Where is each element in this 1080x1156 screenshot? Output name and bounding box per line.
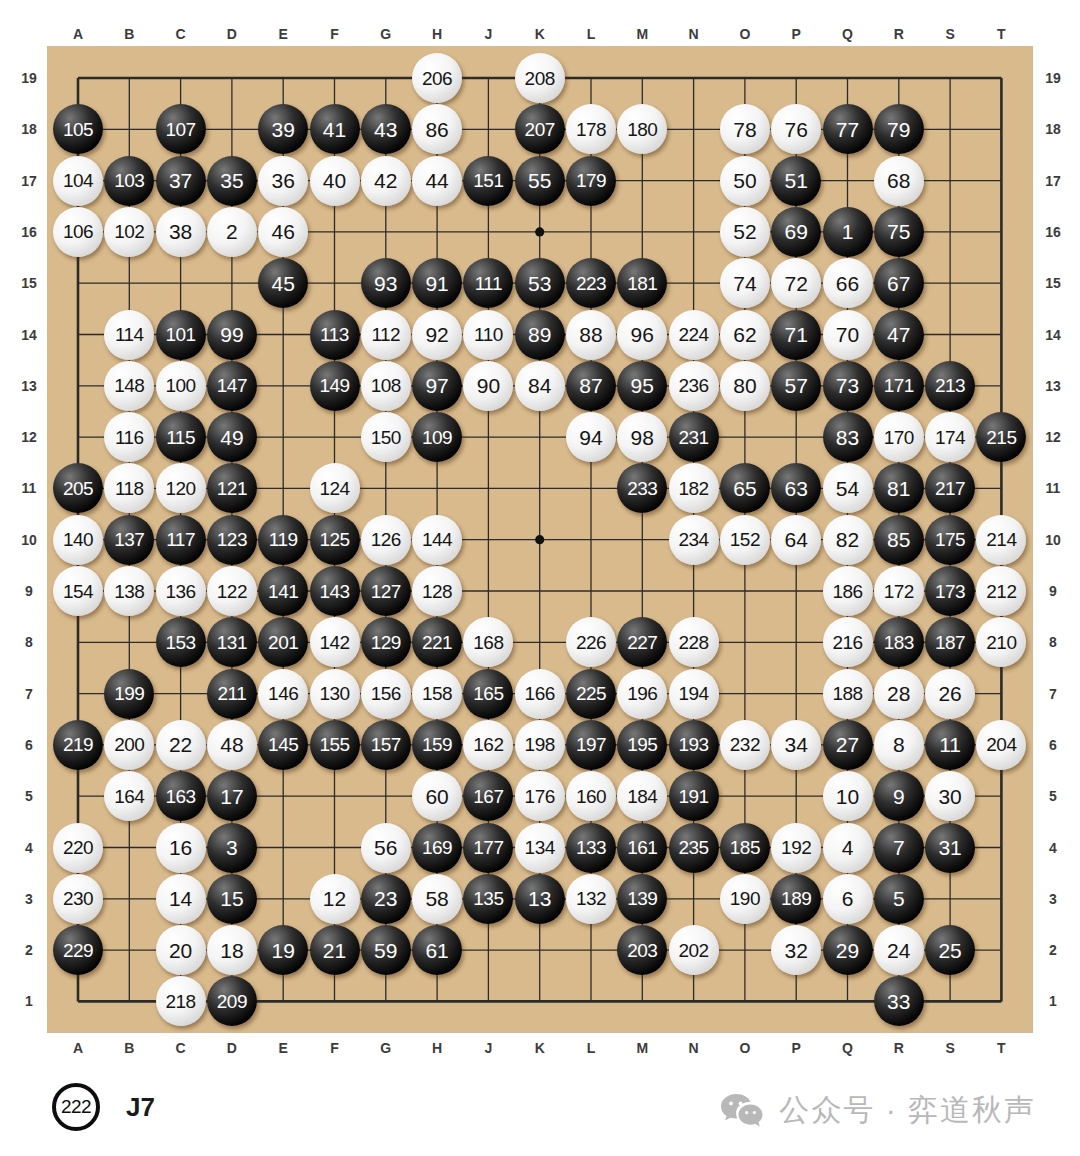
column-label-R-top: R [894, 26, 904, 42]
stone-S6-move-11: 11 [925, 720, 975, 770]
stone-J13-move-90: 90 [463, 361, 513, 411]
row-label-1-left: 1 [25, 993, 33, 1009]
stone-A4-move-220: 220 [53, 823, 103, 873]
stone-Q6-move-27: 27 [823, 720, 873, 770]
stone-R9-move-172: 172 [874, 566, 924, 616]
column-label-D-bottom: D [227, 1040, 237, 1056]
stone-C12-move-115: 115 [156, 412, 206, 462]
stone-O4-move-185: 185 [720, 823, 770, 873]
row-label-2-right: 2 [1049, 942, 1057, 958]
row-label-9-right: 9 [1049, 583, 1057, 599]
stone-O17-move-50: 50 [720, 156, 770, 206]
stone-B9-move-138: 138 [104, 566, 154, 616]
stone-P17-move-51: 51 [771, 156, 821, 206]
stone-C3-move-14: 14 [156, 874, 206, 924]
stone-Q12-move-83: 83 [823, 412, 873, 462]
stone-K5-move-176: 176 [515, 771, 565, 821]
row-label-19-left: 19 [21, 70, 37, 86]
stone-S12-move-174: 174 [925, 412, 975, 462]
stone-H12-move-109: 109 [412, 412, 462, 462]
stone-S9-move-173: 173 [925, 566, 975, 616]
stone-J17-move-151: 151 [463, 156, 513, 206]
column-label-K-bottom: K [535, 1040, 545, 1056]
stone-J7-move-165: 165 [463, 669, 513, 719]
stone-F13-move-149: 149 [310, 361, 360, 411]
stone-C8-move-153: 153 [156, 617, 206, 667]
stone-J3-move-135: 135 [463, 874, 513, 924]
stone-B14-move-114: 114 [104, 310, 154, 360]
stone-L18-move-178: 178 [566, 104, 616, 154]
stone-G14-move-112: 112 [361, 310, 411, 360]
column-label-M-bottom: M [636, 1040, 648, 1056]
stone-M4-move-161: 161 [617, 823, 667, 873]
stone-M6-move-195: 195 [617, 720, 667, 770]
stone-T6-move-204: 204 [976, 720, 1026, 770]
stone-Q8-move-216: 216 [823, 617, 873, 667]
stone-R15-move-67: 67 [874, 258, 924, 308]
column-label-H-bottom: H [432, 1040, 442, 1056]
stone-G17-move-42: 42 [361, 156, 411, 206]
stone-D9-move-122: 122 [207, 566, 257, 616]
stone-K3-move-13: 13 [515, 874, 565, 924]
stone-N5-move-191: 191 [669, 771, 719, 821]
stone-L5-move-160: 160 [566, 771, 616, 821]
row-label-17-left: 17 [21, 173, 37, 189]
stone-K19-move-208: 208 [515, 53, 565, 103]
stone-N14-move-224: 224 [669, 310, 719, 360]
stone-G13-move-108: 108 [361, 361, 411, 411]
column-label-J-bottom: J [484, 1040, 492, 1056]
stone-A6-move-219: 219 [53, 720, 103, 770]
stone-P6-move-34: 34 [771, 720, 821, 770]
stone-N13-move-236: 236 [669, 361, 719, 411]
stone-R8-move-183: 183 [874, 617, 924, 667]
stone-Q10-move-82: 82 [823, 515, 873, 565]
stone-F18-move-41: 41 [310, 104, 360, 154]
stone-D5-move-17: 17 [207, 771, 257, 821]
column-label-N-bottom: N [689, 1040, 699, 1056]
stone-D2-move-18: 18 [207, 925, 257, 975]
stone-F9-move-143: 143 [310, 566, 360, 616]
stone-D1-move-209: 209 [207, 976, 257, 1026]
row-label-10-right: 10 [1045, 532, 1061, 548]
stone-H3-move-58: 58 [412, 874, 462, 924]
stone-G18-move-43: 43 [361, 104, 411, 154]
stone-H4-move-169: 169 [412, 823, 462, 873]
stone-A3-move-230: 230 [53, 874, 103, 924]
stone-Q16-move-1: 1 [823, 207, 873, 257]
stone-A17-move-104: 104 [53, 156, 103, 206]
stone-F8-move-142: 142 [310, 617, 360, 667]
stone-O13-move-80: 80 [720, 361, 770, 411]
stone-J4-move-177: 177 [463, 823, 513, 873]
stone-B17-move-103: 103 [104, 156, 154, 206]
stone-S13-move-213: 213 [925, 361, 975, 411]
stone-K7-move-166: 166 [515, 669, 565, 719]
row-label-3-left: 3 [25, 891, 33, 907]
column-label-K-top: K [535, 26, 545, 42]
stone-E2-move-19: 19 [258, 925, 308, 975]
stone-A18-move-105: 105 [53, 104, 103, 154]
stone-D13-move-147: 147 [207, 361, 257, 411]
stone-R11-move-81: 81 [874, 463, 924, 513]
column-label-O-bottom: O [739, 1040, 750, 1056]
stone-Q5-move-10: 10 [823, 771, 873, 821]
column-label-C-bottom: C [176, 1040, 186, 1056]
stone-O14-move-62: 62 [720, 310, 770, 360]
stone-G12-move-150: 150 [361, 412, 411, 462]
stone-J14-move-110: 110 [463, 310, 513, 360]
row-label-13-left: 13 [21, 378, 37, 394]
stone-R2-move-24: 24 [874, 925, 924, 975]
row-label-12-right: 12 [1045, 429, 1061, 445]
stone-Q4-move-4: 4 [823, 823, 873, 873]
stone-G4-move-56: 56 [361, 823, 411, 873]
stone-Q15-move-66: 66 [823, 258, 873, 308]
column-label-N-top: N [689, 26, 699, 42]
column-label-B-bottom: B [124, 1040, 134, 1056]
stone-R10-move-85: 85 [874, 515, 924, 565]
stone-O18-move-78: 78 [720, 104, 770, 154]
stone-C11-move-120: 120 [156, 463, 206, 513]
stone-C6-move-22: 22 [156, 720, 206, 770]
stone-S4-move-31: 31 [925, 823, 975, 873]
star-point-K10 [535, 535, 544, 544]
stone-P14-move-71: 71 [771, 310, 821, 360]
stone-B10-move-137: 137 [104, 515, 154, 565]
stone-F6-move-155: 155 [310, 720, 360, 770]
stone-K13-move-84: 84 [515, 361, 565, 411]
stone-H17-move-44: 44 [412, 156, 462, 206]
column-label-B-top: B [124, 26, 134, 42]
column-label-E-top: E [279, 26, 288, 42]
stone-G8-move-129: 129 [361, 617, 411, 667]
column-label-L-bottom: L [587, 1040, 596, 1056]
stone-C17-move-37: 37 [156, 156, 206, 206]
row-label-11-left: 11 [22, 480, 37, 496]
stone-R5-move-9: 9 [874, 771, 924, 821]
stone-L12-move-94: 94 [566, 412, 616, 462]
column-label-P-top: P [792, 26, 801, 42]
stone-B6-move-200: 200 [104, 720, 154, 770]
stone-T10-move-214: 214 [976, 515, 1026, 565]
column-label-T-top: T [997, 26, 1006, 42]
row-label-9-left: 9 [25, 583, 33, 599]
caption-point-label: J7 [126, 1092, 155, 1123]
stone-P4-move-192: 192 [771, 823, 821, 873]
row-label-7-right: 7 [1049, 686, 1057, 702]
stone-A16-move-106: 106 [53, 207, 103, 257]
row-label-5-right: 5 [1049, 788, 1057, 804]
row-label-8-right: 8 [1049, 634, 1057, 650]
stone-J6-move-162: 162 [463, 720, 513, 770]
stone-B13-move-148: 148 [104, 361, 154, 411]
stone-H6-move-159: 159 [412, 720, 462, 770]
stone-O6-move-232: 232 [720, 720, 770, 770]
stone-R3-move-5: 5 [874, 874, 924, 924]
stone-F14-move-113: 113 [310, 310, 360, 360]
row-label-4-right: 4 [1049, 840, 1057, 856]
stone-H2-move-61: 61 [412, 925, 462, 975]
stone-P13-move-57: 57 [771, 361, 821, 411]
stone-G3-move-23: 23 [361, 874, 411, 924]
stone-Q11-move-54: 54 [823, 463, 873, 513]
stone-M3-move-139: 139 [617, 874, 667, 924]
stone-M13-move-95: 95 [617, 361, 667, 411]
stone-R17-move-68: 68 [874, 156, 924, 206]
stone-D3-move-15: 15 [207, 874, 257, 924]
stone-K6-move-198: 198 [515, 720, 565, 770]
stone-Q14-move-70: 70 [823, 310, 873, 360]
stone-Q18-move-77: 77 [823, 104, 873, 154]
column-label-Q-bottom: Q [842, 1040, 853, 1056]
stone-D10-move-123: 123 [207, 515, 257, 565]
stone-H10-move-144: 144 [412, 515, 462, 565]
stone-D4-move-3: 3 [207, 823, 257, 873]
stone-O10-move-152: 152 [720, 515, 770, 565]
stone-D6-move-48: 48 [207, 720, 257, 770]
stone-G6-move-157: 157 [361, 720, 411, 770]
column-label-C-top: C [176, 26, 186, 42]
stone-O11-move-65: 65 [720, 463, 770, 513]
go-kifu-diagram: AABBCCDDEEFFGGHHJJKKLLMMNNOOPPQQRRSSTT19… [0, 0, 1080, 1156]
stone-R16-move-75: 75 [874, 207, 924, 257]
stone-S7-move-26: 26 [925, 669, 975, 719]
stone-A2-move-229: 229 [53, 925, 103, 975]
stone-L6-move-197: 197 [566, 720, 616, 770]
stone-N7-move-194: 194 [669, 669, 719, 719]
stone-N2-move-202: 202 [669, 925, 719, 975]
stone-G15-move-93: 93 [361, 258, 411, 308]
stone-L13-move-87: 87 [566, 361, 616, 411]
caption: 222 J7 [52, 1082, 155, 1132]
stone-Q2-move-29: 29 [823, 925, 873, 975]
stone-F17-move-40: 40 [310, 156, 360, 206]
stone-L3-move-132: 132 [566, 874, 616, 924]
stone-R18-move-79: 79 [874, 104, 924, 154]
stone-L17-move-179: 179 [566, 156, 616, 206]
column-label-P-bottom: P [792, 1040, 801, 1056]
column-label-O-top: O [739, 26, 750, 42]
column-label-F-top: F [330, 26, 339, 42]
caption-move-stone: 222 [52, 1083, 100, 1131]
watermark: 公众号 · 弈道秋声 [719, 1086, 1036, 1134]
column-label-M-top: M [636, 26, 648, 42]
stone-O16-move-52: 52 [720, 207, 770, 257]
stone-N11-move-182: 182 [669, 463, 719, 513]
stone-S10-move-175: 175 [925, 515, 975, 565]
stone-H7-move-158: 158 [412, 669, 462, 719]
stone-R12-move-170: 170 [874, 412, 924, 462]
row-label-18-right: 18 [1045, 121, 1061, 137]
row-label-18-left: 18 [21, 121, 37, 137]
stone-F3-move-12: 12 [310, 874, 360, 924]
row-label-12-left: 12 [21, 429, 37, 445]
stone-P2-move-32: 32 [771, 925, 821, 975]
stone-C10-move-117: 117 [156, 515, 206, 565]
stone-C1-move-218: 218 [156, 976, 206, 1026]
stone-R6-move-8: 8 [874, 720, 924, 770]
column-label-J-top: J [484, 26, 492, 42]
stone-Q9-move-186: 186 [823, 566, 873, 616]
column-label-E-bottom: E [279, 1040, 288, 1056]
row-label-15-left: 15 [21, 275, 37, 291]
stone-Q7-move-188: 188 [823, 669, 873, 719]
column-label-R-bottom: R [894, 1040, 904, 1056]
stone-G2-move-59: 59 [361, 925, 411, 975]
stone-N10-move-234: 234 [669, 515, 719, 565]
stone-D17-move-35: 35 [207, 156, 257, 206]
stone-M14-move-96: 96 [617, 310, 667, 360]
stone-G7-move-156: 156 [361, 669, 411, 719]
stone-D16-move-2: 2 [207, 207, 257, 257]
row-label-16-right: 16 [1045, 224, 1061, 240]
stone-R14-move-47: 47 [874, 310, 924, 360]
stone-D7-move-211: 211 [207, 669, 257, 719]
column-label-S-top: S [945, 26, 954, 42]
stone-E7-move-146: 146 [258, 669, 308, 719]
stone-C9-move-136: 136 [156, 566, 206, 616]
stone-Q13-move-73: 73 [823, 361, 873, 411]
stone-F7-move-130: 130 [310, 669, 360, 719]
row-label-16-left: 16 [21, 224, 37, 240]
stone-L15-move-223: 223 [566, 258, 616, 308]
stone-E6-move-145: 145 [258, 720, 308, 770]
stone-O3-move-190: 190 [720, 874, 770, 924]
stone-N6-move-193: 193 [669, 720, 719, 770]
row-label-15-right: 15 [1045, 275, 1061, 291]
stone-C4-move-16: 16 [156, 823, 206, 873]
stone-H9-move-128: 128 [412, 566, 462, 616]
column-label-D-top: D [227, 26, 237, 42]
stone-P16-move-69: 69 [771, 207, 821, 257]
row-label-17-right: 17 [1045, 173, 1061, 189]
stone-R7-move-28: 28 [874, 669, 924, 719]
stone-R1-move-33: 33 [874, 976, 924, 1026]
stone-S5-move-30: 30 [925, 771, 975, 821]
stone-D8-move-131: 131 [207, 617, 257, 667]
stone-B16-move-102: 102 [104, 207, 154, 257]
stone-D11-move-121: 121 [207, 463, 257, 513]
row-label-6-right: 6 [1049, 737, 1057, 753]
column-label-G-bottom: G [380, 1040, 391, 1056]
stone-R4-move-7: 7 [874, 823, 924, 873]
stone-P3-move-189: 189 [771, 874, 821, 924]
stone-A9-move-154: 154 [53, 566, 103, 616]
stone-F11-move-124: 124 [310, 463, 360, 513]
row-label-13-right: 13 [1045, 378, 1061, 394]
stone-K14-move-89: 89 [515, 310, 565, 360]
stone-L7-move-225: 225 [566, 669, 616, 719]
stone-H13-move-97: 97 [412, 361, 462, 411]
stone-K15-move-53: 53 [515, 258, 565, 308]
stone-E9-move-141: 141 [258, 566, 308, 616]
stone-H15-move-91: 91 [412, 258, 462, 308]
row-label-14-left: 14 [21, 327, 37, 343]
row-label-2-left: 2 [25, 942, 33, 958]
column-label-F-bottom: F [330, 1040, 339, 1056]
row-label-5-left: 5 [25, 788, 33, 804]
stone-E16-move-46: 46 [258, 207, 308, 257]
row-label-3-right: 3 [1049, 891, 1057, 907]
stone-A10-move-140: 140 [53, 515, 103, 565]
stone-F2-move-21: 21 [310, 925, 360, 975]
column-label-T-bottom: T [997, 1040, 1006, 1056]
row-label-1-right: 1 [1049, 993, 1057, 1009]
stone-K17-move-55: 55 [515, 156, 565, 206]
stone-Q3-move-6: 6 [823, 874, 873, 924]
stone-L4-move-133: 133 [566, 823, 616, 873]
stone-M7-move-196: 196 [617, 669, 667, 719]
row-label-8-left: 8 [25, 634, 33, 650]
stone-D14-move-99: 99 [207, 310, 257, 360]
row-label-10-left: 10 [21, 532, 37, 548]
stone-S2-move-25: 25 [925, 925, 975, 975]
row-label-7-left: 7 [25, 686, 33, 702]
column-label-G-top: G [380, 26, 391, 42]
stone-O15-move-74: 74 [720, 258, 770, 308]
stone-K4-move-134: 134 [515, 823, 565, 873]
row-label-19-right: 19 [1045, 70, 1061, 86]
stone-N12-move-231: 231 [669, 412, 719, 462]
stone-E17-move-36: 36 [258, 156, 308, 206]
stone-L14-move-88: 88 [566, 310, 616, 360]
row-label-11-right: 11 [1046, 480, 1061, 496]
row-label-4-left: 4 [25, 840, 33, 856]
stone-R13-move-171: 171 [874, 361, 924, 411]
stone-N4-move-235: 235 [669, 823, 719, 873]
stone-C2-move-20: 20 [156, 925, 206, 975]
stone-G9-move-127: 127 [361, 566, 411, 616]
column-label-S-bottom: S [945, 1040, 954, 1056]
row-label-14-right: 14 [1045, 327, 1061, 343]
stone-B7-move-199: 199 [104, 669, 154, 719]
stone-C5-move-163: 163 [156, 771, 206, 821]
stone-C14-move-101: 101 [156, 310, 206, 360]
stone-C13-move-100: 100 [156, 361, 206, 411]
stone-P10-move-64: 64 [771, 515, 821, 565]
stone-E10-move-119: 119 [258, 515, 308, 565]
stone-F10-move-125: 125 [310, 515, 360, 565]
stone-K18-move-207: 207 [515, 104, 565, 154]
watermark-text: 公众号 · 弈道秋声 [779, 1090, 1036, 1131]
star-point-K16 [535, 227, 544, 236]
column-label-A-top: A [73, 26, 83, 42]
column-label-L-top: L [587, 26, 596, 42]
wechat-icon [719, 1091, 765, 1129]
stone-C18-move-107: 107 [156, 104, 206, 154]
stone-H5-move-60: 60 [412, 771, 462, 821]
row-label-6-left: 6 [25, 737, 33, 753]
stone-C16-move-38: 38 [156, 207, 206, 257]
stone-H19-move-206: 206 [412, 53, 462, 103]
column-label-A-bottom: A [73, 1040, 83, 1056]
column-label-Q-top: Q [842, 26, 853, 42]
stone-N8-move-228: 228 [669, 617, 719, 667]
stone-H14-move-92: 92 [412, 310, 462, 360]
stone-D12-move-49: 49 [207, 412, 257, 462]
column-label-H-top: H [432, 26, 442, 42]
stone-L8-move-226: 226 [566, 617, 616, 667]
stone-G10-move-126: 126 [361, 515, 411, 565]
